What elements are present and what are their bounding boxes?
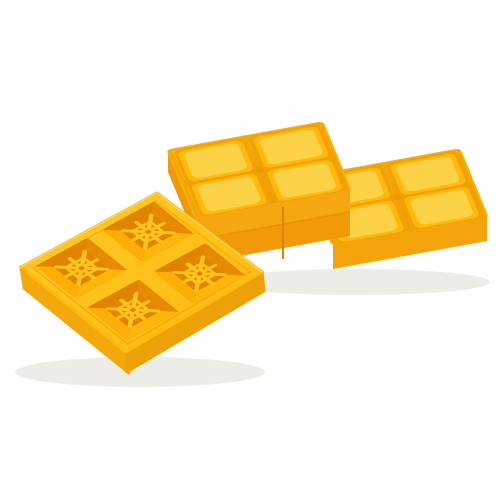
product-photo: [0, 0, 500, 500]
leveling-blocks-illustration: [0, 0, 500, 500]
